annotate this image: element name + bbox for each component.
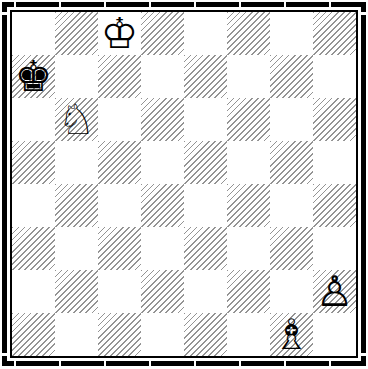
square-e3[interactable] — [184, 227, 227, 270]
square-c7[interactable] — [98, 55, 141, 98]
square-f2[interactable] — [227, 270, 270, 313]
square-a3[interactable] — [12, 227, 55, 270]
square-g1[interactable]: ♗ — [270, 313, 313, 356]
square-f7[interactable] — [227, 55, 270, 98]
square-a8[interactable] — [12, 12, 55, 55]
square-g7[interactable] — [270, 55, 313, 98]
square-e8[interactable] — [184, 12, 227, 55]
square-a5[interactable] — [12, 141, 55, 184]
square-h2[interactable]: ♙ — [313, 270, 356, 313]
square-f5[interactable] — [227, 141, 270, 184]
square-h4[interactable] — [313, 184, 356, 227]
square-e1[interactable] — [184, 313, 227, 356]
square-h7[interactable] — [313, 55, 356, 98]
square-a4[interactable] — [12, 184, 55, 227]
square-g2[interactable] — [270, 270, 313, 313]
chess-diagram: ♔♚♘♙♗ — [2, 2, 366, 366]
square-b4[interactable] — [55, 184, 98, 227]
square-e5[interactable] — [184, 141, 227, 184]
square-d7[interactable] — [141, 55, 184, 98]
square-e7[interactable] — [184, 55, 227, 98]
square-b1[interactable] — [55, 313, 98, 356]
square-g4[interactable] — [270, 184, 313, 227]
square-g5[interactable] — [270, 141, 313, 184]
black-king-piece: ♚ — [15, 55, 53, 98]
square-b2[interactable] — [55, 270, 98, 313]
white-pawn-piece: ♙ — [316, 270, 354, 313]
square-f8[interactable] — [227, 12, 270, 55]
square-c3[interactable] — [98, 227, 141, 270]
square-c2[interactable] — [98, 270, 141, 313]
square-d8[interactable] — [141, 12, 184, 55]
white-bishop-piece: ♗ — [273, 313, 311, 356]
white-knight-piece: ♘ — [58, 98, 96, 141]
square-d4[interactable] — [141, 184, 184, 227]
square-g6[interactable] — [270, 98, 313, 141]
square-h8[interactable] — [313, 12, 356, 55]
square-f3[interactable] — [227, 227, 270, 270]
square-d5[interactable] — [141, 141, 184, 184]
square-b3[interactable] — [55, 227, 98, 270]
square-a1[interactable] — [12, 313, 55, 356]
square-c6[interactable] — [98, 98, 141, 141]
square-d2[interactable] — [141, 270, 184, 313]
square-c5[interactable] — [98, 141, 141, 184]
square-d1[interactable] — [141, 313, 184, 356]
square-e4[interactable] — [184, 184, 227, 227]
square-f4[interactable] — [227, 184, 270, 227]
square-e6[interactable] — [184, 98, 227, 141]
square-a6[interactable] — [12, 98, 55, 141]
square-c1[interactable] — [98, 313, 141, 356]
square-h3[interactable] — [313, 227, 356, 270]
square-h5[interactable] — [313, 141, 356, 184]
board-outer-frame: ♔♚♘♙♗ — [2, 2, 366, 366]
square-a2[interactable] — [12, 270, 55, 313]
square-b5[interactable] — [55, 141, 98, 184]
square-f1[interactable] — [227, 313, 270, 356]
square-b8[interactable] — [55, 12, 98, 55]
square-d3[interactable] — [141, 227, 184, 270]
square-h1[interactable] — [313, 313, 356, 356]
square-d6[interactable] — [141, 98, 184, 141]
square-f6[interactable] — [227, 98, 270, 141]
square-b7[interactable] — [55, 55, 98, 98]
square-a7[interactable]: ♚ — [12, 55, 55, 98]
square-g8[interactable] — [270, 12, 313, 55]
square-h6[interactable] — [313, 98, 356, 141]
board-inner-frame: ♔♚♘♙♗ — [10, 10, 358, 358]
white-king-piece: ♔ — [101, 12, 139, 55]
square-g3[interactable] — [270, 227, 313, 270]
square-c4[interactable] — [98, 184, 141, 227]
square-e2[interactable] — [184, 270, 227, 313]
square-c8[interactable]: ♔ — [98, 12, 141, 55]
square-b6[interactable]: ♘ — [55, 98, 98, 141]
chess-board: ♔♚♘♙♗ — [12, 12, 356, 356]
